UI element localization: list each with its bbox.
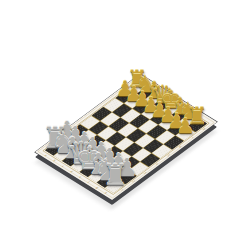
rank-label: 4 — [155, 163, 159, 166]
file-label: d — [70, 170, 74, 173]
file-label: b — [53, 159, 57, 162]
file-label: f — [87, 181, 91, 184]
chess-board: abcdefgh12345678 — [35, 74, 217, 200]
file-label: g — [96, 186, 100, 189]
rank-label: 7 — [190, 137, 194, 140]
rank-label: 6 — [178, 145, 182, 148]
chess-set-photo: abcdefgh12345678 ♜♞♝♛♚♝♞♜♟♟♟♟♟♟♟♟♟♟♟♟♟♟♟… — [0, 0, 240, 240]
rank-label: 8 — [201, 128, 205, 131]
rank-label: 3 — [143, 171, 147, 174]
file-label: c — [61, 165, 65, 168]
rank-label: 2 — [131, 180, 135, 183]
file-label: e — [78, 175, 82, 178]
rank-label: 1 — [120, 189, 124, 192]
file-label: a — [44, 154, 48, 157]
file-label: h — [104, 191, 108, 194]
rank-label: 5 — [166, 154, 170, 157]
